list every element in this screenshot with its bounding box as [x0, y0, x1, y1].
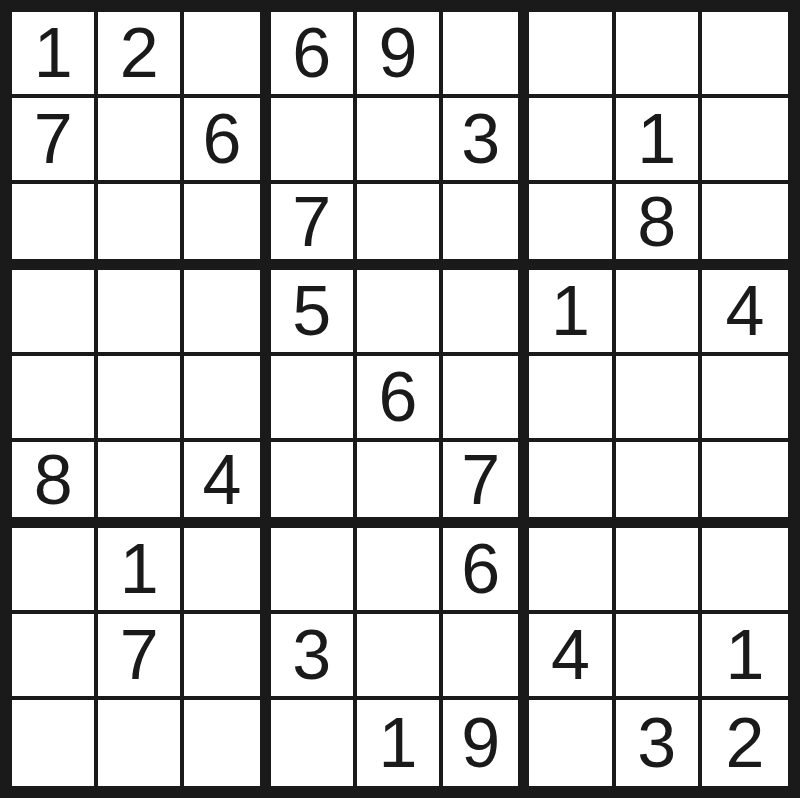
cell-r8c8[interactable]: [616, 614, 702, 700]
cell-r8c1[interactable]: [12, 614, 98, 700]
given-digit: 9: [461, 708, 500, 778]
cell-r9c9[interactable]: 2: [702, 700, 788, 786]
cell-r9c4[interactable]: [271, 700, 357, 786]
given-digit: 8: [34, 445, 73, 515]
cell-r2c7[interactable]: [529, 98, 615, 184]
cell-r2c8[interactable]: 1: [616, 98, 702, 184]
given-digit: 1: [379, 708, 418, 778]
cell-r3c3[interactable]: [184, 184, 270, 270]
cell-r7c9[interactable]: [702, 528, 788, 614]
given-digit: 7: [34, 104, 73, 174]
given-digit: 3: [461, 104, 500, 174]
cell-r4c5[interactable]: [357, 270, 443, 356]
sudoku-board: 126976317851468471673411932: [0, 0, 800, 798]
cell-r9c1[interactable]: [12, 700, 98, 786]
cell-r9c7[interactable]: [529, 700, 615, 786]
cell-r9c5[interactable]: 1: [357, 700, 443, 786]
cell-r6c9[interactable]: [702, 442, 788, 528]
cell-r8c6[interactable]: [443, 614, 529, 700]
cell-r2c1[interactable]: 7: [12, 98, 98, 184]
cell-r1c1[interactable]: 1: [12, 12, 98, 98]
cell-r5c6[interactable]: [443, 356, 529, 442]
cell-r6c1[interactable]: 8: [12, 442, 98, 528]
cell-r8c9[interactable]: 1: [702, 614, 788, 700]
cell-r2c2[interactable]: [98, 98, 184, 184]
cell-r4c4[interactable]: 5: [271, 270, 357, 356]
given-digit: 6: [461, 534, 500, 604]
cell-r4c7[interactable]: 1: [529, 270, 615, 356]
cell-r4c1[interactable]: [12, 270, 98, 356]
cell-r4c6[interactable]: [443, 270, 529, 356]
cell-r9c8[interactable]: 3: [616, 700, 702, 786]
cell-r3c4[interactable]: 7: [271, 184, 357, 270]
cell-r5c2[interactable]: [98, 356, 184, 442]
given-digit: 2: [725, 708, 764, 778]
cell-r2c5[interactable]: [357, 98, 443, 184]
cell-r5c3[interactable]: [184, 356, 270, 442]
cell-r1c4[interactable]: 6: [271, 12, 357, 98]
cell-r5c5[interactable]: 6: [357, 356, 443, 442]
given-digit: 6: [292, 18, 331, 88]
cell-r2c6[interactable]: 3: [443, 98, 529, 184]
cell-r7c4[interactable]: [271, 528, 357, 614]
cell-r7c5[interactable]: [357, 528, 443, 614]
cell-r9c6[interactable]: 9: [443, 700, 529, 786]
cell-r7c1[interactable]: [12, 528, 98, 614]
cell-r4c2[interactable]: [98, 270, 184, 356]
cell-r3c8[interactable]: 8: [616, 184, 702, 270]
cell-r5c1[interactable]: [12, 356, 98, 442]
given-digit: 5: [292, 276, 331, 346]
cell-r8c3[interactable]: [184, 614, 270, 700]
cell-r3c1[interactable]: [12, 184, 98, 270]
cell-r2c4[interactable]: [271, 98, 357, 184]
given-digit: 7: [292, 187, 331, 257]
cell-r4c9[interactable]: 4: [702, 270, 788, 356]
cell-r1c6[interactable]: [443, 12, 529, 98]
cell-r6c7[interactable]: [529, 442, 615, 528]
cell-r1c9[interactable]: [702, 12, 788, 98]
cell-r7c6[interactable]: 6: [443, 528, 529, 614]
cell-r9c2[interactable]: [98, 700, 184, 786]
given-digit: 4: [203, 445, 242, 515]
cell-r1c2[interactable]: 2: [98, 12, 184, 98]
given-digit: 7: [120, 620, 159, 690]
given-digit: 1: [551, 276, 590, 346]
cell-r7c3[interactable]: [184, 528, 270, 614]
cell-r7c8[interactable]: [616, 528, 702, 614]
cell-r4c3[interactable]: [184, 270, 270, 356]
cell-r5c9[interactable]: [702, 356, 788, 442]
cell-r6c6[interactable]: 7: [443, 442, 529, 528]
cell-r6c3[interactable]: 4: [184, 442, 270, 528]
cell-r3c7[interactable]: [529, 184, 615, 270]
cell-r8c7[interactable]: 4: [529, 614, 615, 700]
cell-r5c8[interactable]: [616, 356, 702, 442]
cell-r3c6[interactable]: [443, 184, 529, 270]
given-digit: 6: [203, 104, 242, 174]
given-digit: 3: [292, 620, 331, 690]
cell-r1c5[interactable]: 9: [357, 12, 443, 98]
given-digit: 1: [34, 18, 73, 88]
cell-r3c9[interactable]: [702, 184, 788, 270]
cell-r3c2[interactable]: [98, 184, 184, 270]
given-digit: 4: [725, 276, 764, 346]
cell-r8c5[interactable]: [357, 614, 443, 700]
cell-r7c7[interactable]: [529, 528, 615, 614]
cell-r2c3[interactable]: 6: [184, 98, 270, 184]
cell-r5c7[interactable]: [529, 356, 615, 442]
cell-r4c8[interactable]: [616, 270, 702, 356]
given-digit: 7: [461, 445, 500, 515]
given-digit: 1: [637, 104, 676, 174]
given-digit: 4: [551, 620, 590, 690]
cell-r8c2[interactable]: 7: [98, 614, 184, 700]
cell-r1c3[interactable]: [184, 12, 270, 98]
given-digit: 3: [637, 708, 676, 778]
cell-r7c2[interactable]: 1: [98, 528, 184, 614]
cell-r1c7[interactable]: [529, 12, 615, 98]
cell-r2c9[interactable]: [702, 98, 788, 184]
given-digit: 8: [637, 187, 676, 257]
cell-r8c4[interactable]: 3: [271, 614, 357, 700]
given-digit: 9: [379, 18, 418, 88]
given-digit: 1: [725, 620, 764, 690]
cell-r3c5[interactable]: [357, 184, 443, 270]
given-digit: 6: [379, 362, 418, 432]
cell-r6c2[interactable]: [98, 442, 184, 528]
given-digit: 1: [120, 534, 159, 604]
cell-r6c8[interactable]: [616, 442, 702, 528]
given-digit: 2: [120, 18, 159, 88]
sudoku-page: 126976317851468471673411932: [0, 0, 800, 798]
cell-r6c5[interactable]: [357, 442, 443, 528]
cell-r1c8[interactable]: [616, 12, 702, 98]
cell-r6c4[interactable]: [271, 442, 357, 528]
cell-r5c4[interactable]: [271, 356, 357, 442]
cell-r9c3[interactable]: [184, 700, 270, 786]
